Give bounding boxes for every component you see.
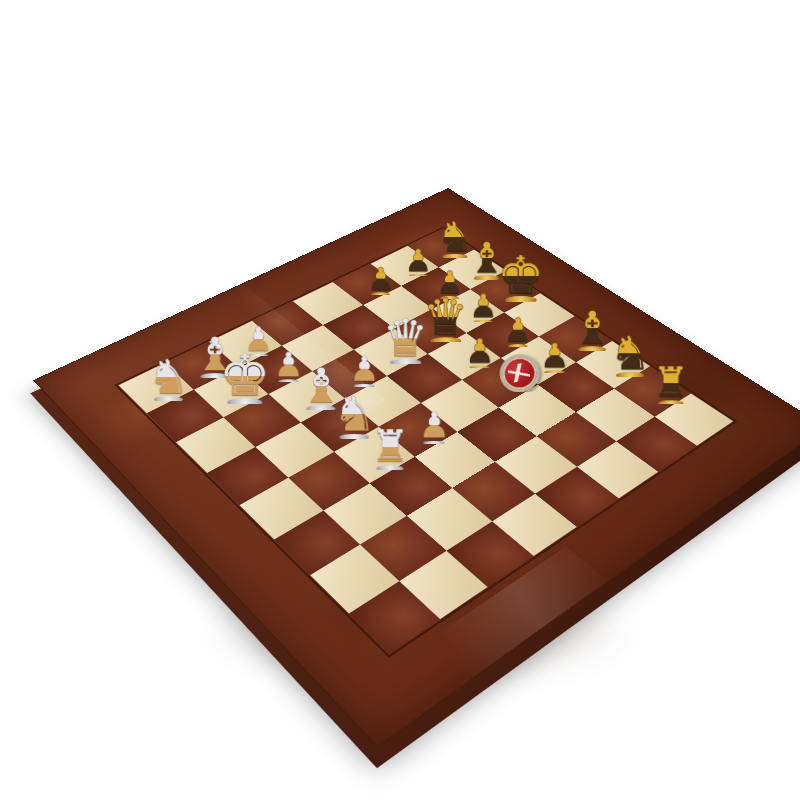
black-rook: ♜♜ (652, 362, 689, 403)
black-queen: ♛♛ (423, 292, 468, 342)
white-pawn: ♟♟ (349, 352, 379, 385)
black-bishop: ♝♝ (572, 305, 612, 350)
black-pawn: ♟♟ (540, 339, 570, 372)
black-pawn: ♟♟ (367, 263, 395, 294)
perspective-scene: ♞♞♝♝♟♟♟♟♟♟♞♞♚♚♟♟♟♟♝♝♝♝♟♟♛♛♛♛♟♟♚♚♞♞♟♟♟♟♜♜… (0, 0, 800, 800)
black-king: ♚♚ (497, 249, 544, 301)
black-pawn: ♟♟ (469, 290, 497, 322)
playing-field: ♞♞♝♝♟♟♟♟♟♟♞♞♚♚♟♟♟♟♝♝♝♝♟♟♛♛♛♛♟♟♚♚♞♞♟♟♟♟♜♜… (119, 229, 734, 654)
white-king: ♚♚ (219, 347, 270, 404)
black-pawn: ♟♟ (405, 245, 432, 275)
black-pawn: ♟♟ (504, 314, 533, 346)
chess-board: ♞♞♝♝♟♟♟♟♟♟♞♞♚♚♟♟♟♟♝♝♝♝♟♟♛♛♛♛♟♟♚♚♞♞♟♟♟♟♜♜… (33, 188, 800, 748)
white-knight: ♞♞ (148, 353, 190, 400)
square-a8: ♞♞ (119, 363, 194, 413)
black-knight: ♞♞ (609, 330, 650, 376)
square-f8: ♟♟ (332, 264, 401, 305)
white-rook: ♜♜ (371, 425, 410, 468)
white-queen: ♛♛ (382, 312, 428, 363)
white-pawn: ♟♟ (418, 407, 450, 442)
product-photo-stage: ♞♞♝♝♟♟♟♟♟♟♞♞♚♚♟♟♟♟♝♝♝♝♟♟♛♛♛♛♟♟♚♚♞♞♟♟♟♟♜♜… (0, 0, 800, 800)
black-pawn: ♟♟ (465, 335, 495, 368)
